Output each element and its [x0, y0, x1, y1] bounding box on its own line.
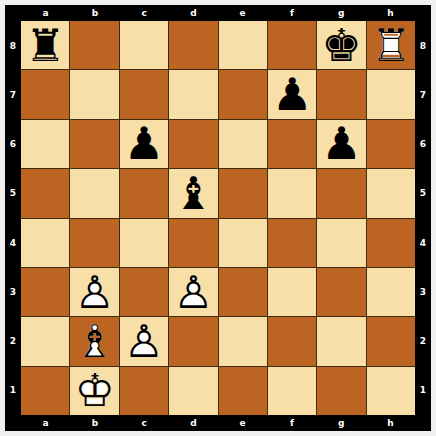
- piece-black-bishop[interactable]: ♝: [169, 169, 217, 217]
- square-f2[interactable]: [268, 317, 316, 365]
- square-f3[interactable]: [268, 268, 316, 316]
- square-e3[interactable]: [219, 268, 267, 316]
- rank-label-4-left: 4: [5, 218, 21, 267]
- square-e5[interactable]: [219, 169, 267, 217]
- square-c1[interactable]: [120, 367, 168, 415]
- square-e6[interactable]: [219, 120, 267, 168]
- piece-glyph-outline: ♙: [120, 317, 168, 365]
- rank-label-8-right: 8: [415, 21, 431, 70]
- square-c3[interactable]: [120, 268, 168, 316]
- square-c5[interactable]: [120, 169, 168, 217]
- square-f7[interactable]: ♟: [268, 70, 316, 118]
- square-f5[interactable]: [268, 169, 316, 217]
- rank-label-5-right: 5: [415, 169, 431, 218]
- square-b1[interactable]: ♚♔: [70, 367, 118, 415]
- square-f4[interactable]: [268, 219, 316, 267]
- piece-glyph-outline: ♔: [70, 367, 118, 415]
- square-h6[interactable]: [367, 120, 415, 168]
- rank-label-6-left: 6: [5, 120, 21, 169]
- square-f8[interactable]: [268, 21, 316, 69]
- square-e8[interactable]: [219, 21, 267, 69]
- square-c7[interactable]: [120, 70, 168, 118]
- piece-glyph: ♝: [169, 169, 217, 217]
- piece-glyph-outline: ♙: [169, 268, 217, 316]
- file-label-b-bottom: b: [70, 415, 119, 431]
- file-label-f-top: f: [267, 5, 316, 21]
- square-h4[interactable]: [367, 219, 415, 267]
- square-c2[interactable]: ♟♙: [120, 317, 168, 365]
- square-e1[interactable]: [219, 367, 267, 415]
- piece-glyph-outline: ♗: [70, 317, 118, 365]
- square-d6[interactable]: [169, 120, 217, 168]
- file-label-d-bottom: d: [169, 415, 218, 431]
- piece-white-pawn[interactable]: ♟♙: [169, 268, 217, 316]
- rank-label-5-left: 5: [5, 169, 21, 218]
- square-a2[interactable]: [21, 317, 69, 365]
- square-e2[interactable]: [219, 317, 267, 365]
- rank-label-1-left: 1: [5, 366, 21, 415]
- file-label-b-top: b: [70, 5, 119, 21]
- square-d4[interactable]: [169, 219, 217, 267]
- piece-white-rook[interactable]: ♜♖: [367, 21, 415, 69]
- file-label-e-bottom: e: [218, 415, 267, 431]
- piece-white-bishop[interactable]: ♝♗: [70, 317, 118, 365]
- rank-label-8-left: 8: [5, 21, 21, 70]
- square-h2[interactable]: [367, 317, 415, 365]
- file-label-c-top: c: [120, 5, 169, 21]
- square-e4[interactable]: [219, 219, 267, 267]
- square-b2[interactable]: ♝♗: [70, 317, 118, 365]
- rank-label-3-left: 3: [5, 267, 21, 316]
- square-h1[interactable]: [367, 367, 415, 415]
- file-label-d-top: d: [169, 5, 218, 21]
- piece-glyph: ♟: [317, 120, 365, 168]
- square-a4[interactable]: [21, 219, 69, 267]
- board-frame: abcdefgh abcdefgh 87654321 87654321 ♜♚♜♖…: [5, 5, 431, 431]
- rank-label-2-left: 2: [5, 317, 21, 366]
- square-d1[interactable]: [169, 367, 217, 415]
- piece-glyph-outline: ♙: [70, 268, 118, 316]
- square-a8[interactable]: ♜: [21, 21, 69, 69]
- square-a5[interactable]: [21, 169, 69, 217]
- piece-white-king[interactable]: ♚♔: [70, 367, 118, 415]
- square-h3[interactable]: [367, 268, 415, 316]
- rank-label-7-right: 7: [415, 70, 431, 119]
- file-label-a-bottom: a: [21, 415, 70, 431]
- piece-black-king[interactable]: ♚: [317, 21, 365, 69]
- piece-glyph: ♟: [120, 120, 168, 168]
- piece-black-pawn[interactable]: ♟: [268, 70, 316, 118]
- square-e7[interactable]: [219, 70, 267, 118]
- square-d3[interactable]: ♟♙: [169, 268, 217, 316]
- square-b8[interactable]: [70, 21, 118, 69]
- square-h5[interactable]: [367, 169, 415, 217]
- piece-glyph: ♜: [21, 21, 69, 69]
- square-b4[interactable]: [70, 219, 118, 267]
- rank-label-2-right: 2: [415, 317, 431, 366]
- file-labels-bottom: abcdefgh: [21, 415, 415, 431]
- square-h8[interactable]: ♜♖: [367, 21, 415, 69]
- file-label-e-top: e: [218, 5, 267, 21]
- piece-black-pawn[interactable]: ♟: [317, 120, 365, 168]
- piece-black-pawn[interactable]: ♟: [120, 120, 168, 168]
- piece-white-pawn[interactable]: ♟♙: [120, 317, 168, 365]
- square-b5[interactable]: [70, 169, 118, 217]
- square-g4[interactable]: [317, 219, 365, 267]
- chess-board: ♜♚♜♖♟♟♟♝♟♙♟♙♝♗♟♙♚♔: [21, 21, 415, 415]
- piece-glyph: ♚: [317, 21, 365, 69]
- file-label-f-bottom: f: [267, 415, 316, 431]
- square-b7[interactable]: [70, 70, 118, 118]
- rank-label-6-right: 6: [415, 120, 431, 169]
- square-g1[interactable]: [317, 367, 365, 415]
- rank-labels-left: 87654321: [5, 21, 21, 415]
- square-d5[interactable]: ♝: [169, 169, 217, 217]
- square-a3[interactable]: [21, 268, 69, 316]
- square-a7[interactable]: [21, 70, 69, 118]
- file-label-g-bottom: g: [317, 415, 366, 431]
- square-g6[interactable]: ♟: [317, 120, 365, 168]
- rank-label-1-right: 1: [415, 366, 431, 415]
- square-c6[interactable]: ♟: [120, 120, 168, 168]
- square-g3[interactable]: [317, 268, 365, 316]
- square-d7[interactable]: [169, 70, 217, 118]
- square-g2[interactable]: [317, 317, 365, 365]
- square-a6[interactable]: [21, 120, 69, 168]
- square-a1[interactable]: [21, 367, 69, 415]
- square-g5[interactable]: [317, 169, 365, 217]
- rank-labels-right: 87654321: [415, 21, 431, 415]
- square-g7[interactable]: [317, 70, 365, 118]
- square-d2[interactable]: [169, 317, 217, 365]
- piece-glyph: ♟: [268, 70, 316, 118]
- rank-label-4-right: 4: [415, 218, 431, 267]
- file-label-c-bottom: c: [120, 415, 169, 431]
- square-c8[interactable]: [120, 21, 168, 69]
- square-f6[interactable]: [268, 120, 316, 168]
- chess-diagram-page: abcdefgh abcdefgh 87654321 87654321 ♜♚♜♖…: [0, 0, 436, 436]
- square-f1[interactable]: [268, 367, 316, 415]
- square-b3[interactable]: ♟♙: [70, 268, 118, 316]
- square-h7[interactable]: [367, 70, 415, 118]
- square-b6[interactable]: [70, 120, 118, 168]
- square-d8[interactable]: [169, 21, 217, 69]
- piece-glyph-outline: ♖: [367, 21, 415, 69]
- file-label-h-bottom: h: [366, 415, 415, 431]
- square-g8[interactable]: ♚: [317, 21, 365, 69]
- rank-label-7-left: 7: [5, 70, 21, 119]
- square-c4[interactable]: [120, 219, 168, 267]
- piece-black-rook[interactable]: ♜: [21, 21, 69, 69]
- piece-white-pawn[interactable]: ♟♙: [70, 268, 118, 316]
- rank-label-3-right: 3: [415, 267, 431, 316]
